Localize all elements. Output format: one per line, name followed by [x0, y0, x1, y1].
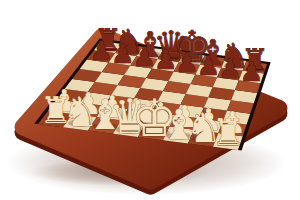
piece-red-pawn: ♟ — [132, 41, 156, 72]
piece-red-pawn: ♟ — [154, 44, 178, 75]
chess-board: ♜♞♝♛♚♝♞♜♟♟♟♟♟♟♟♟♟♟♟♟♟♟♟♟♜♞♝♛♚♝♞♜ — [0, 0, 300, 200]
piece-red-pawn: ♟ — [218, 53, 242, 84]
piece-red-pawn: ♟ — [175, 47, 199, 78]
piece-red-pawn: ♟ — [111, 38, 135, 69]
piece-red-pawn: ♟ — [197, 50, 221, 81]
piece-red-pawn: ♟ — [89, 35, 113, 66]
piece-white-rook: ♜ — [212, 111, 245, 154]
chess-set-product-photo: ♜♞♝♛♚♝♞♜♟♟♟♟♟♟♟♟♟♟♟♟♟♟♟♟♜♞♝♛♚♝♞♜ — [0, 0, 300, 200]
piece-red-pawn: ♟ — [239, 56, 263, 87]
